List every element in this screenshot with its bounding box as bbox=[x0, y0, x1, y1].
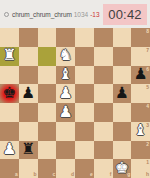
square-g8[interactable] bbox=[113, 28, 132, 47]
square-b4[interactable] bbox=[19, 103, 38, 122]
rank-label-5: 5 bbox=[146, 85, 149, 90]
file-label-c: c bbox=[52, 172, 55, 177]
square-c4[interactable] bbox=[38, 103, 57, 122]
chess-game-screen: chrum_chrum_chrum 1034 -13 00:42 8♜♞7♝♟6… bbox=[0, 0, 150, 178]
white-bishop: ♝ bbox=[59, 67, 73, 83]
square-h1[interactable]: h1 bbox=[131, 159, 150, 178]
opponent-clock: 00:42 bbox=[103, 4, 147, 25]
square-f7[interactable] bbox=[94, 47, 113, 66]
square-b1[interactable]: b bbox=[19, 159, 38, 178]
square-h5[interactable]: 5 bbox=[131, 84, 150, 103]
square-h7[interactable]: 7 bbox=[131, 47, 150, 66]
square-e4[interactable] bbox=[75, 103, 94, 122]
white-pawn: ♟ bbox=[59, 86, 73, 102]
opponent-bar: chrum_chrum_chrum 1034 -13 00:42 bbox=[0, 0, 150, 28]
square-g1[interactable]: ♚g bbox=[113, 159, 132, 178]
square-e6[interactable] bbox=[75, 66, 94, 85]
square-d8[interactable] bbox=[56, 28, 75, 47]
square-d6[interactable]: ♝ bbox=[56, 66, 75, 85]
black-pawn: ♟ bbox=[21, 86, 35, 102]
square-a4[interactable] bbox=[0, 103, 19, 122]
rank-label-6: 6 bbox=[146, 67, 149, 72]
opponent-rating: 1034 bbox=[74, 11, 88, 18]
square-c7[interactable] bbox=[38, 47, 57, 66]
chess-board: 8♜♞7♝♟6♚♟♟♟5♟4♝3♟♜2abcdef♚gh1 bbox=[0, 28, 150, 178]
square-d5[interactable]: ♟ bbox=[56, 84, 75, 103]
square-a5[interactable]: ♚ bbox=[0, 84, 19, 103]
white-knight: ♞ bbox=[59, 48, 73, 64]
square-d3[interactable] bbox=[56, 122, 75, 141]
square-h4[interactable]: 4 bbox=[131, 103, 150, 122]
square-e8[interactable] bbox=[75, 28, 94, 47]
square-f8[interactable] bbox=[94, 28, 113, 47]
black-pawn: ♟ bbox=[115, 86, 129, 102]
square-e7[interactable] bbox=[75, 47, 94, 66]
file-label-d: d bbox=[71, 172, 74, 177]
rank-label-3: 3 bbox=[146, 123, 149, 128]
square-b2[interactable]: ♜ bbox=[19, 141, 38, 160]
rank-label-1: 1 bbox=[146, 160, 149, 165]
square-a8[interactable] bbox=[0, 28, 19, 47]
square-e2[interactable] bbox=[75, 141, 94, 160]
file-label-g: g bbox=[127, 172, 130, 177]
file-label-f: f bbox=[110, 172, 112, 177]
square-b7[interactable] bbox=[19, 47, 38, 66]
white-pawn: ♟ bbox=[2, 142, 16, 158]
square-f4[interactable] bbox=[94, 103, 113, 122]
white-pawn: ♟ bbox=[59, 105, 73, 121]
file-label-e: e bbox=[90, 172, 93, 177]
square-g7[interactable] bbox=[113, 47, 132, 66]
square-f2[interactable] bbox=[94, 141, 113, 160]
square-a2[interactable]: ♟ bbox=[0, 141, 19, 160]
square-c2[interactable] bbox=[38, 141, 57, 160]
square-c8[interactable] bbox=[38, 28, 57, 47]
square-f5[interactable] bbox=[94, 84, 113, 103]
square-g3[interactable] bbox=[113, 122, 132, 141]
square-h3[interactable]: ♝3 bbox=[131, 122, 150, 141]
square-c1[interactable]: c bbox=[38, 159, 57, 178]
square-e5[interactable] bbox=[75, 84, 94, 103]
file-label-a: a bbox=[15, 172, 18, 177]
square-a1[interactable]: a bbox=[0, 159, 19, 178]
square-h8[interactable]: 8 bbox=[131, 28, 150, 47]
square-g5[interactable]: ♟ bbox=[113, 84, 132, 103]
square-c6[interactable] bbox=[38, 66, 57, 85]
online-status-icon bbox=[4, 12, 9, 17]
opponent-rating-delta: -13 bbox=[90, 11, 99, 18]
square-a6[interactable] bbox=[0, 66, 19, 85]
square-f6[interactable] bbox=[94, 66, 113, 85]
square-h6[interactable]: ♟6 bbox=[131, 66, 150, 85]
white-rook: ♜ bbox=[2, 48, 16, 64]
black-rook: ♜ bbox=[21, 142, 35, 158]
rank-label-4: 4 bbox=[146, 104, 149, 109]
square-b6[interactable] bbox=[19, 66, 38, 85]
square-d1[interactable]: d bbox=[56, 159, 75, 178]
file-label-b: b bbox=[33, 172, 36, 177]
rank-label-8: 8 bbox=[146, 29, 149, 34]
square-e3[interactable] bbox=[75, 122, 94, 141]
square-a7[interactable]: ♜ bbox=[0, 47, 19, 66]
square-d4[interactable]: ♟ bbox=[56, 103, 75, 122]
square-b3[interactable] bbox=[19, 122, 38, 141]
square-f3[interactable] bbox=[94, 122, 113, 141]
square-h2[interactable]: 2 bbox=[131, 141, 150, 160]
rank-label-7: 7 bbox=[146, 48, 149, 53]
square-c3[interactable] bbox=[38, 122, 57, 141]
black-king: ♚ bbox=[2, 86, 16, 102]
square-f1[interactable]: f bbox=[94, 159, 113, 178]
square-g4[interactable] bbox=[113, 103, 132, 122]
square-b5[interactable]: ♟ bbox=[19, 84, 38, 103]
square-g6[interactable] bbox=[113, 66, 132, 85]
square-g2[interactable] bbox=[113, 141, 132, 160]
square-d7[interactable]: ♞ bbox=[56, 47, 75, 66]
rank-label-2: 2 bbox=[146, 142, 149, 147]
square-c5[interactable] bbox=[38, 84, 57, 103]
square-b8[interactable] bbox=[19, 28, 38, 47]
square-a3[interactable] bbox=[0, 122, 19, 141]
opponent-name[interactable]: chrum_chrum_chrum bbox=[12, 11, 72, 18]
file-label-h: h bbox=[146, 172, 149, 177]
square-e1[interactable]: e bbox=[75, 159, 94, 178]
square-d2[interactable] bbox=[56, 141, 75, 160]
